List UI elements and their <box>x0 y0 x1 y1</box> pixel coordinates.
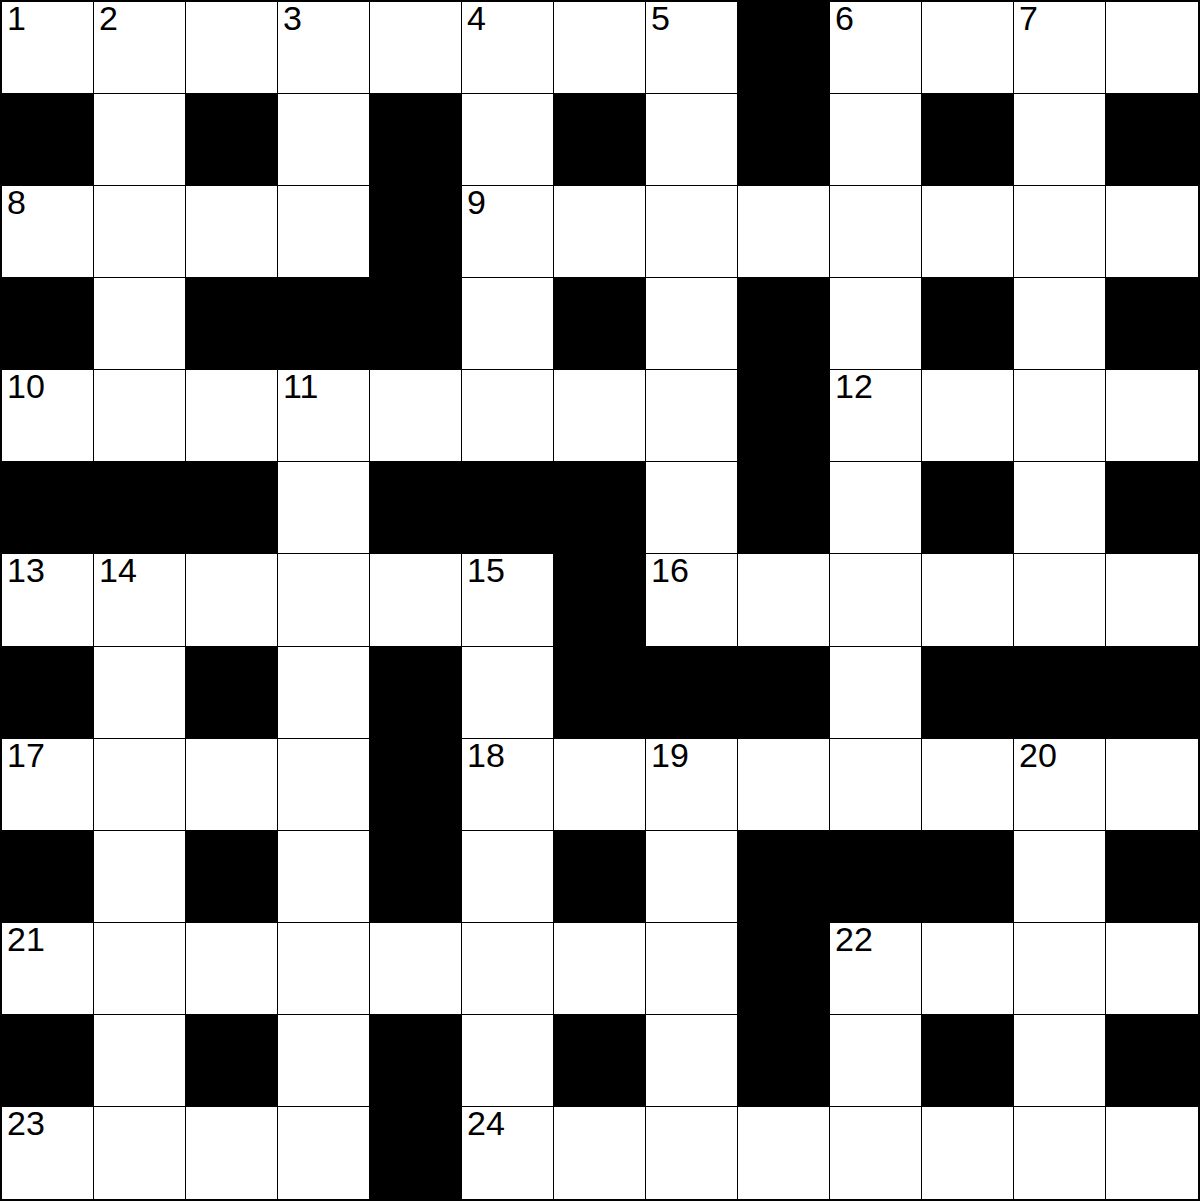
white-cell-r8c0[interactable]: 17 <box>2 739 94 831</box>
black-cell-r3c0 <box>2 278 94 370</box>
clue-number: 8 <box>7 184 26 221</box>
white-cell-r8c12[interactable] <box>1106 739 1198 831</box>
black-cell-r7c7 <box>646 647 738 739</box>
white-cell-r0c1[interactable]: 2 <box>94 2 186 94</box>
white-cell-r8c11[interactable]: 20 <box>1014 739 1106 831</box>
white-cell-r2c5[interactable]: 9 <box>462 186 554 278</box>
white-cell-r9c7[interactable] <box>646 831 738 923</box>
white-cell-r12c10[interactable] <box>922 1107 1014 1199</box>
black-cell-r9c12 <box>1106 831 1198 923</box>
white-cell-r10c5[interactable] <box>462 923 554 1015</box>
white-cell-r11c5[interactable] <box>462 1015 554 1107</box>
white-cell-r2c2[interactable] <box>186 186 278 278</box>
black-cell-r5c1 <box>94 462 186 554</box>
white-cell-r0c5[interactable]: 4 <box>462 2 554 94</box>
white-cell-r10c4[interactable] <box>370 923 462 1015</box>
white-cell-r12c12[interactable] <box>1106 1107 1198 1199</box>
white-cell-r2c6[interactable] <box>554 186 646 278</box>
black-cell-r3c12 <box>1106 278 1198 370</box>
clue-number: 4 <box>467 0 486 37</box>
white-cell-r6c2[interactable] <box>186 554 278 646</box>
clue-number: 10 <box>7 368 45 405</box>
black-cell-r0c8 <box>738 2 830 94</box>
white-cell-r0c0[interactable]: 1 <box>2 2 94 94</box>
white-cell-r2c1[interactable] <box>94 186 186 278</box>
white-cell-r10c7[interactable] <box>646 923 738 1015</box>
white-cell-r4c0[interactable]: 10 <box>2 370 94 462</box>
white-cell-r11c9[interactable] <box>830 1015 922 1107</box>
white-cell-r3c5[interactable] <box>462 278 554 370</box>
white-cell-r0c4[interactable] <box>370 2 462 94</box>
white-cell-r8c7[interactable]: 19 <box>646 739 738 831</box>
clue-number: 2 <box>99 0 118 37</box>
white-cell-r9c1[interactable] <box>94 831 186 923</box>
white-cell-r10c12[interactable] <box>1106 923 1198 1015</box>
white-cell-r4c7[interactable] <box>646 370 738 462</box>
white-cell-r6c11[interactable] <box>1014 554 1106 646</box>
white-cell-r2c3[interactable] <box>278 186 370 278</box>
black-cell-r11c4 <box>370 1015 462 1107</box>
white-cell-r1c1[interactable] <box>94 94 186 186</box>
black-cell-r5c5 <box>462 462 554 554</box>
white-cell-r0c2[interactable] <box>186 2 278 94</box>
white-cell-r3c7[interactable] <box>646 278 738 370</box>
black-cell-r6c6 <box>554 554 646 646</box>
white-cell-r6c5[interactable]: 15 <box>462 554 554 646</box>
white-cell-r6c12[interactable] <box>1106 554 1198 646</box>
black-cell-r10c8 <box>738 923 830 1015</box>
white-cell-r12c7[interactable] <box>646 1107 738 1199</box>
white-cell-r8c5[interactable]: 18 <box>462 739 554 831</box>
white-cell-r8c1[interactable] <box>94 739 186 831</box>
white-cell-r5c9[interactable] <box>830 462 922 554</box>
clue-number: 20 <box>1019 737 1057 774</box>
black-cell-r1c4 <box>370 94 462 186</box>
clue-number: 15 <box>467 552 505 589</box>
white-cell-r12c11[interactable] <box>1014 1107 1106 1199</box>
black-cell-r1c12 <box>1106 94 1198 186</box>
white-cell-r4c10[interactable] <box>922 370 1014 462</box>
black-cell-r3c4 <box>370 278 462 370</box>
black-cell-r11c12 <box>1106 1015 1198 1107</box>
black-cell-r1c10 <box>922 94 1014 186</box>
white-cell-r2c0[interactable]: 8 <box>2 186 94 278</box>
black-cell-r5c6 <box>554 462 646 554</box>
black-cell-r11c2 <box>186 1015 278 1107</box>
black-cell-r5c4 <box>370 462 462 554</box>
black-cell-r5c0 <box>2 462 94 554</box>
black-cell-r1c6 <box>554 94 646 186</box>
black-cell-r5c10 <box>922 462 1014 554</box>
black-cell-r3c8 <box>738 278 830 370</box>
black-cell-r11c6 <box>554 1015 646 1107</box>
white-cell-r7c3[interactable] <box>278 647 370 739</box>
white-cell-r8c10[interactable] <box>922 739 1014 831</box>
white-cell-r9c11[interactable] <box>1014 831 1106 923</box>
white-cell-r4c5[interactable] <box>462 370 554 462</box>
clue-number: 19 <box>651 737 689 774</box>
white-cell-r4c6[interactable] <box>554 370 646 462</box>
white-cell-r4c3[interactable]: 11 <box>278 370 370 462</box>
clue-number: 5 <box>651 0 670 37</box>
black-cell-r3c6 <box>554 278 646 370</box>
clue-number: 9 <box>467 184 486 221</box>
white-cell-r4c9[interactable]: 12 <box>830 370 922 462</box>
white-cell-r7c1[interactable] <box>94 647 186 739</box>
crossword-grid: 123456789101112131415161718192021222324 <box>0 0 1200 1201</box>
white-cell-r1c5[interactable] <box>462 94 554 186</box>
white-cell-r12c1[interactable] <box>94 1107 186 1199</box>
white-cell-r5c3[interactable] <box>278 462 370 554</box>
white-cell-r3c11[interactable] <box>1014 278 1106 370</box>
black-cell-r11c0 <box>2 1015 94 1107</box>
white-cell-r6c0[interactable]: 13 <box>2 554 94 646</box>
white-cell-r7c9[interactable] <box>830 647 922 739</box>
white-cell-r0c6[interactable] <box>554 2 646 94</box>
black-cell-r7c10 <box>922 647 1014 739</box>
black-cell-r7c0 <box>2 647 94 739</box>
white-cell-r12c0[interactable]: 23 <box>2 1107 94 1199</box>
white-cell-r10c0[interactable]: 21 <box>2 923 94 1015</box>
white-cell-r9c5[interactable] <box>462 831 554 923</box>
white-cell-r0c7[interactable]: 5 <box>646 2 738 94</box>
white-cell-r5c11[interactable] <box>1014 462 1106 554</box>
white-cell-r8c6[interactable] <box>554 739 646 831</box>
white-cell-r8c8[interactable] <box>738 739 830 831</box>
white-cell-r2c7[interactable] <box>646 186 738 278</box>
white-cell-r3c9[interactable] <box>830 278 922 370</box>
white-cell-r6c10[interactable] <box>922 554 1014 646</box>
black-cell-r7c12 <box>1106 647 1198 739</box>
black-cell-r5c12 <box>1106 462 1198 554</box>
white-cell-r7c5[interactable] <box>462 647 554 739</box>
black-cell-r7c2 <box>186 647 278 739</box>
clue-number: 6 <box>835 0 854 37</box>
black-cell-r5c8 <box>738 462 830 554</box>
white-cell-r6c1[interactable]: 14 <box>94 554 186 646</box>
clue-number: 22 <box>835 921 873 958</box>
white-cell-r2c8[interactable] <box>738 186 830 278</box>
white-cell-r0c9[interactable]: 6 <box>830 2 922 94</box>
white-cell-r11c3[interactable] <box>278 1015 370 1107</box>
black-cell-r3c2 <box>186 278 278 370</box>
black-cell-r4c8 <box>738 370 830 462</box>
white-cell-r12c6[interactable] <box>554 1107 646 1199</box>
black-cell-r9c4 <box>370 831 462 923</box>
white-cell-r2c9[interactable] <box>830 186 922 278</box>
white-cell-r4c1[interactable] <box>94 370 186 462</box>
clue-number: 12 <box>835 368 873 405</box>
black-cell-r3c3 <box>278 278 370 370</box>
black-cell-r9c6 <box>554 831 646 923</box>
white-cell-r6c3[interactable] <box>278 554 370 646</box>
white-cell-r10c11[interactable] <box>1014 923 1106 1015</box>
clue-number: 13 <box>7 552 45 589</box>
clue-number: 11 <box>283 368 318 405</box>
white-cell-r1c3[interactable] <box>278 94 370 186</box>
black-cell-r7c8 <box>738 647 830 739</box>
white-cell-r0c3[interactable]: 3 <box>278 2 370 94</box>
white-cell-r4c4[interactable] <box>370 370 462 462</box>
white-cell-r0c12[interactable] <box>1106 2 1198 94</box>
white-cell-r8c9[interactable] <box>830 739 922 831</box>
white-cell-r6c8[interactable] <box>738 554 830 646</box>
white-cell-r4c11[interactable] <box>1014 370 1106 462</box>
white-cell-r2c12[interactable] <box>1106 186 1198 278</box>
white-cell-r5c7[interactable] <box>646 462 738 554</box>
white-cell-r10c9[interactable]: 22 <box>830 923 922 1015</box>
black-cell-r8c4 <box>370 739 462 831</box>
white-cell-r12c8[interactable] <box>738 1107 830 1199</box>
white-cell-r6c4[interactable] <box>370 554 462 646</box>
white-cell-r12c5[interactable]: 24 <box>462 1107 554 1199</box>
black-cell-r11c8 <box>738 1015 830 1107</box>
black-cell-r7c4 <box>370 647 462 739</box>
clue-number: 24 <box>467 1105 505 1142</box>
clue-number: 16 <box>651 552 689 589</box>
white-cell-r6c7[interactable]: 16 <box>646 554 738 646</box>
white-cell-r1c9[interactable] <box>830 94 922 186</box>
clue-number: 18 <box>467 737 505 774</box>
black-cell-r2c4 <box>370 186 462 278</box>
black-cell-r11c10 <box>922 1015 1014 1107</box>
clue-number: 14 <box>99 552 137 589</box>
black-cell-r9c0 <box>2 831 94 923</box>
black-cell-r1c0 <box>2 94 94 186</box>
black-cell-r12c4 <box>370 1107 462 1199</box>
white-cell-r11c1[interactable] <box>94 1015 186 1107</box>
white-cell-r10c6[interactable] <box>554 923 646 1015</box>
white-cell-r6c9[interactable] <box>830 554 922 646</box>
white-cell-r8c2[interactable] <box>186 739 278 831</box>
black-cell-r1c2 <box>186 94 278 186</box>
white-cell-r11c11[interactable] <box>1014 1015 1106 1107</box>
white-cell-r9c3[interactable] <box>278 831 370 923</box>
white-cell-r1c7[interactable] <box>646 94 738 186</box>
white-cell-r1c11[interactable] <box>1014 94 1106 186</box>
black-cell-r9c2 <box>186 831 278 923</box>
black-cell-r9c8 <box>738 831 830 923</box>
clue-number: 17 <box>7 737 45 774</box>
white-cell-r10c2[interactable] <box>186 923 278 1015</box>
white-cell-r12c9[interactable] <box>830 1107 922 1199</box>
white-cell-r12c2[interactable] <box>186 1107 278 1199</box>
clue-number: 7 <box>1019 0 1038 37</box>
white-cell-r12c3[interactable] <box>278 1107 370 1199</box>
white-cell-r10c1[interactable] <box>94 923 186 1015</box>
clue-number: 23 <box>7 1105 45 1142</box>
white-cell-r11c7[interactable] <box>646 1015 738 1107</box>
black-cell-r5c2 <box>186 462 278 554</box>
white-cell-r2c10[interactable] <box>922 186 1014 278</box>
clue-number: 21 <box>7 921 45 958</box>
white-cell-r8c3[interactable] <box>278 739 370 831</box>
black-cell-r1c8 <box>738 94 830 186</box>
black-cell-r3c10 <box>922 278 1014 370</box>
white-cell-r10c3[interactable] <box>278 923 370 1015</box>
clue-number: 1 <box>7 0 26 37</box>
clue-number: 3 <box>283 0 302 37</box>
black-cell-r7c6 <box>554 647 646 739</box>
black-cell-r9c10 <box>922 831 1014 923</box>
white-cell-r2c11[interactable] <box>1014 186 1106 278</box>
black-cell-r7c11 <box>1014 647 1106 739</box>
white-cell-r4c12[interactable] <box>1106 370 1198 462</box>
white-cell-r10c10[interactable] <box>922 923 1014 1015</box>
white-cell-r0c10[interactable] <box>922 2 1014 94</box>
white-cell-r0c11[interactable]: 7 <box>1014 2 1106 94</box>
black-cell-r9c9 <box>830 831 922 923</box>
white-cell-r3c1[interactable] <box>94 278 186 370</box>
white-cell-r4c2[interactable] <box>186 370 278 462</box>
